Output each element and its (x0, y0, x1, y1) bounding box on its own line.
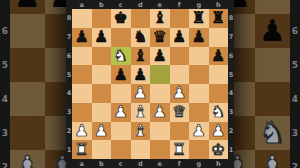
file-label-f: f (170, 0, 190, 9)
square-a5 (10, 48, 45, 82)
square-a4 (10, 82, 45, 116)
white-pawn-piece[interactable]: ♟ (133, 85, 147, 101)
white-pawn-piece: ♟ (14, 152, 41, 168)
white-bishop-piece[interactable]: ♝ (133, 104, 147, 120)
black-rook-piece[interactable]: ♜ (192, 10, 206, 26)
black-knight-piece[interactable]: ♞ (133, 29, 147, 45)
square-f1[interactable]: ♜ (170, 140, 190, 159)
square-d7[interactable]: ♞ (131, 28, 151, 47)
rank-label-2-right: 2 (290, 150, 300, 168)
white-pawn-piece[interactable]: ♟ (75, 123, 89, 139)
file-label-e: e (150, 0, 170, 9)
rank-label-4-right: 4 (290, 82, 300, 116)
square-b2[interactable]: ♟ (92, 122, 112, 141)
white-pawn-piece[interactable]: ♟ (114, 104, 128, 120)
square-d3[interactable]: ♝ (131, 103, 151, 122)
square-c2[interactable] (111, 122, 131, 141)
square-d5[interactable]: ♟ (131, 65, 151, 84)
square-g5[interactable] (189, 65, 209, 84)
square-h3[interactable]: ♞ (209, 103, 229, 122)
file-label-a: a (72, 159, 92, 168)
rank-label-1-right: 1 (228, 140, 234, 159)
square-f2[interactable] (170, 122, 190, 141)
file-label-a: a (72, 0, 92, 9)
square-a7[interactable]: ♟ (72, 28, 92, 47)
white-pawn-piece[interactable]: ♟ (211, 123, 225, 139)
rank-label-6-right: 6 (228, 47, 234, 66)
rank-label-2-left: 2 (0, 150, 10, 168)
black-pawn-piece[interactable]: ♟ (94, 29, 108, 45)
white-pawn-piece: ♟ (259, 152, 286, 168)
square-b4[interactable] (92, 84, 112, 103)
white-queen-piece[interactable]: ♛ (172, 104, 186, 120)
square-a4[interactable] (72, 84, 92, 103)
square-g7[interactable]: ♟ (189, 28, 209, 47)
square-f7[interactable]: ♟ (170, 28, 190, 47)
square-e2[interactable] (150, 122, 170, 141)
square-h4 (255, 82, 290, 116)
square-h5 (255, 48, 290, 82)
square-c7[interactable] (111, 28, 131, 47)
square-e3[interactable]: ♟ (150, 103, 170, 122)
square-d4[interactable]: ♟ (131, 84, 151, 103)
square-g4[interactable] (189, 84, 209, 103)
square-a3 (10, 116, 45, 150)
white-pawn-piece[interactable]: ♟ (172, 85, 186, 101)
square-a3[interactable] (72, 103, 92, 122)
rank-label-5-left: 5 (0, 48, 10, 82)
rank-label-6-right: 6 (290, 14, 300, 48)
black-pawn-piece[interactable]: ♟ (192, 29, 206, 45)
chess-screenshot: 8♚♝♜♜87♟♟♞♛♟♟76♞♝♟♟65♟♟54♟♟43♟♝♟♛♞32♟♟♝♟… (0, 0, 300, 168)
square-f3[interactable]: ♛ (170, 103, 190, 122)
file-label-g: g (189, 0, 209, 9)
square-a6[interactable] (72, 47, 92, 66)
square-g1[interactable] (189, 140, 209, 159)
rank-label-3-left: 3 (0, 116, 10, 150)
square-g3[interactable] (189, 103, 209, 122)
black-pawn-piece[interactable]: ♟ (211, 48, 225, 64)
square-h4[interactable] (209, 84, 229, 103)
square-c1[interactable] (111, 140, 131, 159)
square-h6[interactable]: ♟ (209, 47, 229, 66)
square-c6[interactable]: ♞ (111, 47, 131, 66)
square-a8[interactable] (72, 9, 92, 28)
square-h8[interactable]: ♜ (209, 9, 229, 28)
square-b6[interactable] (92, 47, 112, 66)
square-b1[interactable] (92, 140, 112, 159)
square-a1[interactable]: ♜ (72, 140, 92, 159)
white-pawn-piece[interactable]: ♟ (94, 123, 108, 139)
black-rook-piece[interactable]: ♜ (211, 10, 225, 26)
square-f5[interactable] (170, 65, 190, 84)
white-pawn-piece[interactable]: ♟ (192, 123, 206, 139)
square-d6[interactable]: ♝ (131, 47, 151, 66)
white-knight-piece: ♞ (259, 118, 286, 148)
black-pawn-piece[interactable]: ♟ (172, 29, 186, 45)
square-h1[interactable]: ♚ (209, 140, 229, 159)
white-knight-piece[interactable]: ♞ (114, 48, 128, 64)
square-b8[interactable] (92, 9, 112, 28)
rank-label-8-right: 8 (228, 9, 234, 28)
square-a5[interactable] (72, 65, 92, 84)
black-pawn-piece[interactable]: ♟ (133, 67, 147, 83)
square-g8[interactable]: ♜ (189, 9, 209, 28)
rank-label-5-right: 5 (228, 65, 234, 84)
square-c5[interactable]: ♟ (111, 65, 131, 84)
file-label-b: b (92, 159, 112, 168)
square-e1[interactable] (150, 140, 170, 159)
file-label-e: e (150, 159, 170, 168)
square-d2[interactable]: ♝ (131, 122, 151, 141)
square-d1[interactable] (131, 140, 151, 159)
square-h3: ♞ (255, 116, 290, 150)
square-a2: ♟ (10, 150, 45, 168)
black-king-piece[interactable]: ♚ (114, 10, 128, 26)
square-h7 (255, 0, 290, 14)
square-g2[interactable]: ♟ (189, 122, 209, 141)
rank-label-4-left: 4 (0, 82, 10, 116)
square-h2[interactable]: ♟ (209, 122, 229, 141)
white-knight-piece[interactable]: ♞ (211, 104, 225, 120)
square-f6[interactable] (170, 47, 190, 66)
white-rook-piece[interactable]: ♜ (172, 142, 186, 158)
square-e6[interactable]: ♟ (150, 47, 170, 66)
white-rook-piece[interactable]: ♜ (75, 142, 89, 158)
black-bishop-piece[interactable]: ♝ (133, 48, 147, 64)
square-c4[interactable] (111, 84, 131, 103)
white-bishop-piece[interactable]: ♝ (133, 123, 147, 139)
square-h5[interactable] (209, 65, 229, 84)
file-label-g: g (189, 159, 209, 168)
black-bishop-piece[interactable]: ♝ (153, 10, 167, 26)
file-label-d: d (131, 0, 151, 9)
square-e5[interactable] (150, 65, 170, 84)
rank-label-7-left: 7 (0, 0, 10, 14)
square-c8[interactable]: ♚ (111, 9, 131, 28)
file-label-f: f (170, 159, 190, 168)
rank-label-5-right: 5 (290, 48, 300, 82)
black-pawn-piece[interactable]: ♟ (75, 29, 89, 45)
square-c3[interactable]: ♟ (111, 103, 131, 122)
square-a6 (10, 14, 45, 48)
rank-label-2-right: 2 (228, 122, 234, 141)
black-pawn-piece: ♟ (14, 0, 41, 12)
white-pawn-piece[interactable]: ♟ (153, 104, 167, 120)
square-a7: ♟ (10, 0, 45, 14)
rank-label-7-right: 7 (228, 28, 234, 47)
rank-label-3-right: 3 (228, 103, 234, 122)
square-d8[interactable] (131, 9, 151, 28)
file-label-b: b (92, 0, 112, 9)
black-pawn-piece: ♟ (259, 16, 286, 46)
board-corner (228, 0, 234, 9)
square-h6: ♟ (255, 14, 290, 48)
square-f4[interactable]: ♟ (170, 84, 190, 103)
rank-label-6-left: 6 (0, 14, 10, 48)
rank-label-7-right: 7 (290, 0, 300, 14)
square-e4[interactable] (150, 84, 170, 103)
square-b3[interactable] (92, 103, 112, 122)
square-h2: ♟ (255, 150, 290, 168)
rank-label-4-right: 4 (228, 84, 234, 103)
square-g6[interactable] (189, 47, 209, 66)
square-b5[interactable] (92, 65, 112, 84)
black-queen-piece[interactable]: ♛ (153, 29, 167, 45)
black-pawn-piece[interactable]: ♟ (114, 67, 128, 83)
black-pawn-piece[interactable]: ♟ (153, 48, 167, 64)
square-h7[interactable] (209, 28, 229, 47)
chess-board: abcdefgh8♚♝♜♜87♟♟♞♛♟♟76♞♝♟♟65♟♟54♟♟43♟♝♟… (66, 0, 234, 168)
square-e8[interactable]: ♝ (150, 9, 170, 28)
file-label-d: d (131, 159, 151, 168)
white-king-piece[interactable]: ♚ (211, 142, 225, 158)
square-e7[interactable]: ♛ (150, 28, 170, 47)
file-label-c: c (111, 159, 131, 168)
rank-label-3-right: 3 (290, 116, 300, 150)
file-label-h: h (209, 0, 229, 9)
file-label-c: c (111, 0, 131, 9)
square-b7[interactable]: ♟ (92, 28, 112, 47)
square-f8[interactable] (170, 9, 190, 28)
board-corner (228, 159, 234, 168)
file-label-h: h (209, 159, 229, 168)
square-a2[interactable]: ♟ (72, 122, 92, 141)
